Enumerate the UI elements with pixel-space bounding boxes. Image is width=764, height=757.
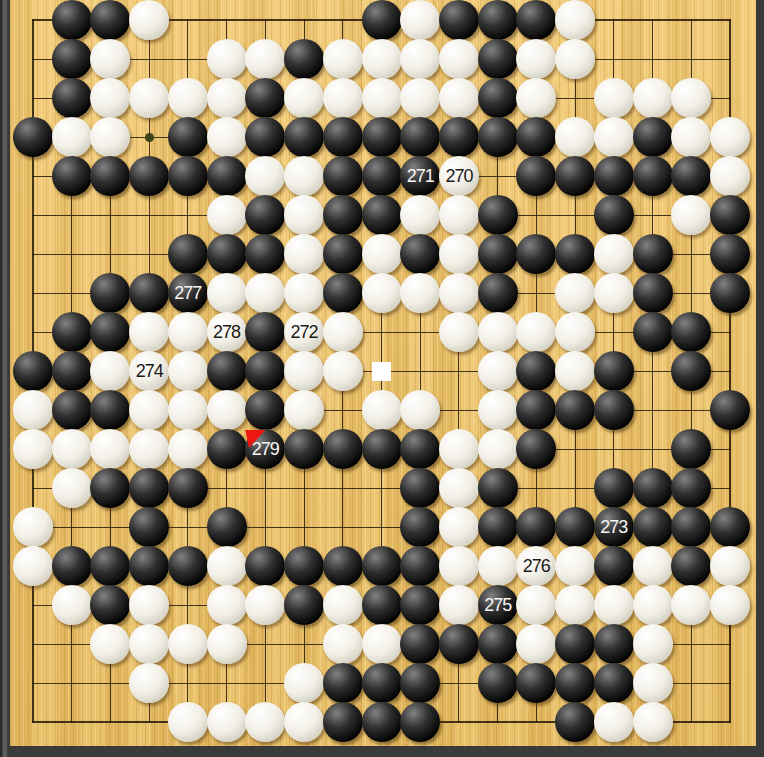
white-stone xyxy=(710,117,750,157)
black-stone xyxy=(52,156,92,196)
white-stone xyxy=(129,312,169,352)
black-stone xyxy=(516,429,556,469)
white-stone xyxy=(362,273,402,313)
white-stone xyxy=(478,390,518,430)
white-stone xyxy=(633,585,673,625)
white-stone xyxy=(478,312,518,352)
black-stone xyxy=(245,195,285,235)
black-stone xyxy=(168,156,208,196)
white-stone xyxy=(594,78,634,118)
white-stone xyxy=(439,429,479,469)
black-stone xyxy=(13,351,53,391)
black-stone xyxy=(245,78,285,118)
black-stone: 277 xyxy=(168,273,208,313)
black-stone xyxy=(671,351,711,391)
white-stone xyxy=(52,117,92,157)
black-stone xyxy=(90,0,130,40)
black-stone xyxy=(323,546,363,586)
move-number-label: 277 xyxy=(174,284,201,302)
white-stone xyxy=(555,273,595,313)
black-stone xyxy=(362,546,402,586)
white-stone xyxy=(245,39,285,79)
black-stone xyxy=(90,468,130,508)
black-stone xyxy=(594,624,634,664)
white-stone xyxy=(439,78,479,118)
screenshot-root: 271270277278272274279273276275 xyxy=(0,0,764,757)
black-stone: 273 xyxy=(594,507,634,547)
black-stone xyxy=(52,39,92,79)
black-stone xyxy=(478,663,518,703)
black-stone xyxy=(207,351,247,391)
white-stone xyxy=(710,585,750,625)
white-stone xyxy=(168,624,208,664)
white-stone xyxy=(516,312,556,352)
black-stone xyxy=(323,195,363,235)
black-stone xyxy=(245,546,285,586)
black-stone xyxy=(478,468,518,508)
black-stone xyxy=(478,507,518,547)
black-stone xyxy=(400,429,440,469)
black-stone xyxy=(633,312,673,352)
white-stone xyxy=(439,234,479,274)
white-stone xyxy=(633,78,673,118)
white-stone xyxy=(555,585,595,625)
white-stone xyxy=(400,390,440,430)
white-stone xyxy=(633,663,673,703)
black-stone xyxy=(323,117,363,157)
black-stone xyxy=(362,702,402,742)
white-stone: 276 xyxy=(516,546,556,586)
black-stone xyxy=(90,273,130,313)
black-stone xyxy=(400,507,440,547)
black-stone xyxy=(478,0,518,40)
white-stone xyxy=(323,585,363,625)
white-stone xyxy=(207,702,247,742)
white-stone xyxy=(284,390,324,430)
white-stone xyxy=(439,507,479,547)
black-stone xyxy=(245,390,285,430)
white-stone xyxy=(90,351,130,391)
white-stone xyxy=(129,390,169,430)
white-stone xyxy=(284,663,324,703)
move-number-label: 275 xyxy=(484,596,511,614)
white-stone xyxy=(129,78,169,118)
black-stone xyxy=(439,0,479,40)
black-stone xyxy=(478,234,518,274)
white-stone xyxy=(555,546,595,586)
white-stone xyxy=(710,546,750,586)
white-stone xyxy=(129,585,169,625)
black-stone xyxy=(400,585,440,625)
black-stone xyxy=(90,546,130,586)
white-stone xyxy=(671,195,711,235)
white-stone xyxy=(439,546,479,586)
black-stone xyxy=(129,507,169,547)
black-stone xyxy=(555,663,595,703)
white-stone xyxy=(52,468,92,508)
white-stone xyxy=(207,195,247,235)
white-stone xyxy=(478,429,518,469)
black-stone xyxy=(671,468,711,508)
black-stone xyxy=(323,663,363,703)
black-stone xyxy=(323,702,363,742)
white-stone xyxy=(710,156,750,196)
black-stone xyxy=(594,156,634,196)
black-stone xyxy=(362,117,402,157)
white-stone xyxy=(90,78,130,118)
black-stone xyxy=(284,585,324,625)
black-stone xyxy=(168,546,208,586)
white-stone xyxy=(362,390,402,430)
white-stone xyxy=(555,351,595,391)
black-stone xyxy=(52,312,92,352)
black-stone xyxy=(710,390,750,430)
move-number-label: 278 xyxy=(213,323,240,341)
black-stone xyxy=(52,351,92,391)
black-stone xyxy=(362,585,402,625)
black-stone xyxy=(555,507,595,547)
white-stone xyxy=(207,546,247,586)
white-stone xyxy=(168,429,208,469)
white-stone xyxy=(284,234,324,274)
move-number-label: 274 xyxy=(136,362,163,380)
black-stone xyxy=(129,273,169,313)
black-stone xyxy=(555,156,595,196)
white-stone xyxy=(90,429,130,469)
black-stone xyxy=(439,624,479,664)
black-stone xyxy=(13,117,53,157)
black-stone xyxy=(400,117,440,157)
white-stone: 274 xyxy=(129,351,169,391)
black-stone xyxy=(362,663,402,703)
black-stone xyxy=(90,585,130,625)
white-stone xyxy=(516,78,556,118)
white-stone xyxy=(245,156,285,196)
white-stone xyxy=(671,117,711,157)
black-stone xyxy=(284,117,324,157)
black-stone xyxy=(478,39,518,79)
white-stone xyxy=(400,0,440,40)
white-stone xyxy=(323,78,363,118)
black-stone xyxy=(207,234,247,274)
white-stone xyxy=(52,585,92,625)
white-stone xyxy=(207,273,247,313)
black-stone xyxy=(362,156,402,196)
white-stone xyxy=(284,351,324,391)
black-stone xyxy=(555,702,595,742)
black-stone xyxy=(207,429,247,469)
black-stone xyxy=(400,624,440,664)
white-stone xyxy=(439,312,479,352)
black-stone xyxy=(594,663,634,703)
white-stone xyxy=(439,273,479,313)
move-number-label: 279 xyxy=(252,440,279,458)
black-stone xyxy=(90,390,130,430)
white-stone xyxy=(168,78,208,118)
black-stone xyxy=(52,390,92,430)
white-stone xyxy=(555,312,595,352)
white-stone xyxy=(594,234,634,274)
black-stone xyxy=(594,468,634,508)
black-stone xyxy=(710,273,750,313)
white-stone xyxy=(284,273,324,313)
white-stone xyxy=(362,624,402,664)
white-stone xyxy=(168,390,208,430)
move-number-label: 270 xyxy=(445,167,472,185)
black-stone xyxy=(633,156,673,196)
black-stone xyxy=(245,234,285,274)
white-stone xyxy=(400,273,440,313)
white-stone xyxy=(323,312,363,352)
white-stone xyxy=(284,78,324,118)
black-stone xyxy=(594,195,634,235)
move-number-label: 271 xyxy=(407,167,434,185)
black-stone xyxy=(323,234,363,274)
black-stone xyxy=(594,351,634,391)
white-stone xyxy=(52,429,92,469)
white-stone xyxy=(439,195,479,235)
white-stone xyxy=(245,585,285,625)
white-stone xyxy=(362,78,402,118)
white-stone xyxy=(478,546,518,586)
black-stone xyxy=(478,117,518,157)
move-number-label: 272 xyxy=(291,323,318,341)
black-stone xyxy=(52,546,92,586)
black-stone xyxy=(671,156,711,196)
white-stone xyxy=(400,78,440,118)
white-stone xyxy=(13,507,53,547)
white-stone xyxy=(362,234,402,274)
black-stone xyxy=(245,351,285,391)
black-stone xyxy=(323,156,363,196)
white-stone xyxy=(671,78,711,118)
star-point xyxy=(145,133,154,142)
white-stone xyxy=(362,39,402,79)
black-stone xyxy=(284,429,324,469)
white-stone xyxy=(129,0,169,40)
white-stone xyxy=(245,702,285,742)
white-stone xyxy=(129,663,169,703)
black-stone xyxy=(633,117,673,157)
white-stone xyxy=(245,273,285,313)
black-stone xyxy=(400,234,440,274)
black-stone xyxy=(671,429,711,469)
black-stone xyxy=(362,429,402,469)
move-number-label: 276 xyxy=(523,557,550,575)
black-stone xyxy=(323,273,363,313)
white-stone xyxy=(13,546,53,586)
white-stone xyxy=(439,585,479,625)
white-stone xyxy=(594,117,634,157)
white-stone xyxy=(439,39,479,79)
white-stone xyxy=(168,312,208,352)
black-stone xyxy=(284,546,324,586)
go-board[interactable]: 271270277278272274279273276275 xyxy=(0,0,764,757)
black-stone: 271 xyxy=(400,156,440,196)
black-stone xyxy=(323,429,363,469)
black-stone xyxy=(439,117,479,157)
white-stone xyxy=(207,585,247,625)
white-stone xyxy=(90,117,130,157)
black-stone xyxy=(362,0,402,40)
black-stone xyxy=(516,351,556,391)
black-stone xyxy=(52,78,92,118)
black-stone xyxy=(516,156,556,196)
black-stone xyxy=(400,663,440,703)
black-stone xyxy=(478,273,518,313)
white-stone xyxy=(555,39,595,79)
white-stone xyxy=(516,585,556,625)
white-stone xyxy=(129,429,169,469)
black-stone xyxy=(52,0,92,40)
black-stone xyxy=(633,234,673,274)
white-stone xyxy=(323,624,363,664)
white-stone xyxy=(594,702,634,742)
black-stone xyxy=(516,234,556,274)
black-stone xyxy=(633,507,673,547)
white-stone: 278 xyxy=(207,312,247,352)
black-stone xyxy=(168,234,208,274)
white-stone: 272 xyxy=(284,312,324,352)
white-stone xyxy=(594,273,634,313)
black-stone xyxy=(710,234,750,274)
white-stone xyxy=(516,624,556,664)
black-stone xyxy=(129,156,169,196)
white-stone xyxy=(284,156,324,196)
white-stone xyxy=(633,546,673,586)
white-stone xyxy=(129,624,169,664)
white-stone xyxy=(284,702,324,742)
white-stone xyxy=(594,585,634,625)
white-stone xyxy=(400,39,440,79)
white-stone xyxy=(284,195,324,235)
black-stone xyxy=(207,156,247,196)
black-stone xyxy=(400,702,440,742)
black-stone xyxy=(478,195,518,235)
white-stone xyxy=(207,117,247,157)
black-stone: 275 xyxy=(478,585,518,625)
black-stone xyxy=(90,156,130,196)
black-stone xyxy=(245,117,285,157)
black-stone xyxy=(671,507,711,547)
white-stone xyxy=(207,390,247,430)
black-stone xyxy=(400,546,440,586)
black-stone xyxy=(478,78,518,118)
white-stone xyxy=(323,351,363,391)
black-stone xyxy=(245,312,285,352)
black-stone xyxy=(516,390,556,430)
black-stone xyxy=(516,117,556,157)
white-stone xyxy=(555,117,595,157)
white-stone xyxy=(555,0,595,40)
white-stone xyxy=(439,468,479,508)
square-marker xyxy=(372,362,391,381)
black-stone xyxy=(671,546,711,586)
black-stone xyxy=(90,312,130,352)
black-stone xyxy=(362,195,402,235)
black-stone xyxy=(633,273,673,313)
white-stone xyxy=(323,39,363,79)
black-stone xyxy=(516,0,556,40)
black-stone xyxy=(710,507,750,547)
black-stone xyxy=(555,390,595,430)
white-stone xyxy=(516,39,556,79)
white-stone xyxy=(400,195,440,235)
black-stone xyxy=(555,624,595,664)
white-stone xyxy=(207,624,247,664)
black-stone xyxy=(555,234,595,274)
black-stone xyxy=(129,468,169,508)
black-stone xyxy=(400,468,440,508)
white-stone xyxy=(207,39,247,79)
white-stone xyxy=(13,429,53,469)
white-stone xyxy=(633,702,673,742)
black-stone xyxy=(129,546,169,586)
white-stone xyxy=(90,39,130,79)
black-stone xyxy=(168,117,208,157)
black-stone xyxy=(207,507,247,547)
black-stone xyxy=(671,312,711,352)
black-stone xyxy=(516,663,556,703)
white-stone xyxy=(478,351,518,391)
black-stone xyxy=(478,624,518,664)
white-stone xyxy=(207,78,247,118)
move-number-label: 273 xyxy=(600,518,627,536)
black-stone xyxy=(594,546,634,586)
black-stone xyxy=(633,468,673,508)
white-stone: 270 xyxy=(439,156,479,196)
white-stone xyxy=(13,390,53,430)
white-stone xyxy=(168,702,208,742)
white-stone xyxy=(633,624,673,664)
black-stone xyxy=(516,507,556,547)
white-stone xyxy=(168,351,208,391)
black-stone xyxy=(594,390,634,430)
white-stone xyxy=(90,624,130,664)
black-stone xyxy=(284,39,324,79)
black-stone xyxy=(710,195,750,235)
black-stone xyxy=(168,468,208,508)
white-stone xyxy=(671,585,711,625)
